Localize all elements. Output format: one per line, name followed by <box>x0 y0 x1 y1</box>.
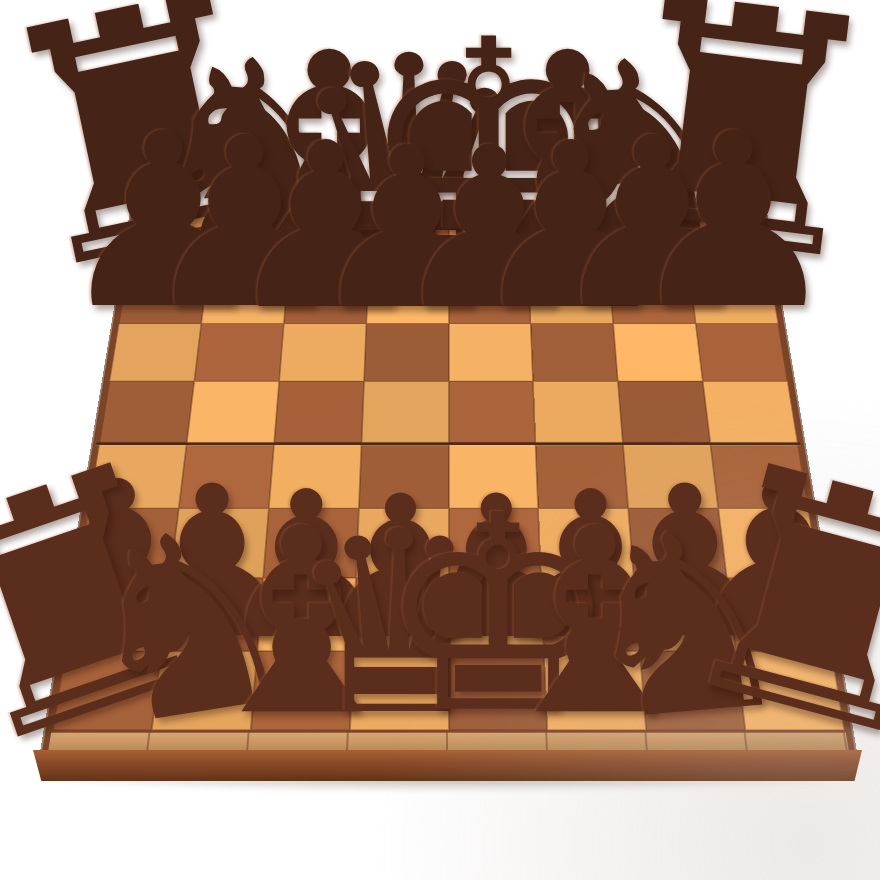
board-hinge-line <box>96 443 800 445</box>
square-g7 <box>609 268 696 323</box>
square-f7 <box>529 268 614 323</box>
square-a3 <box>77 508 178 577</box>
square-d4 <box>359 443 449 508</box>
square-f5 <box>533 381 623 443</box>
square-c4 <box>269 443 362 508</box>
square-e8 <box>449 216 529 268</box>
square-a1 <box>53 651 162 730</box>
square-d3 <box>356 508 449 577</box>
square-a5 <box>99 381 194 443</box>
square-e2 <box>449 578 545 652</box>
square-b1 <box>152 651 257 730</box>
square-b8 <box>208 216 292 268</box>
square-h5 <box>703 381 798 443</box>
board-ground-shadow <box>36 778 858 792</box>
square-f6 <box>531 323 618 381</box>
square-d5 <box>361 381 448 443</box>
square-f8 <box>527 216 609 268</box>
square-f4 <box>536 443 629 508</box>
square-c5 <box>274 381 364 443</box>
square-e6 <box>449 323 534 381</box>
board-grid <box>53 216 845 730</box>
square-h3 <box>718 508 819 577</box>
square-b6 <box>194 323 284 381</box>
square-d6 <box>364 323 449 381</box>
square-c6 <box>279 323 366 381</box>
photo-canvas: ♜♞♝♛♚♝♞♜♟♟♟♟♟♟♟♟♟♟♟♟♟♟♟♟♜♞♝♛♚♝♞♜ <box>0 0 880 880</box>
square-c2 <box>257 578 356 652</box>
square-g5 <box>618 381 710 443</box>
square-e7 <box>449 268 531 323</box>
square-a4 <box>89 443 187 508</box>
board-front-edge <box>33 750 862 781</box>
square-d7 <box>366 268 448 323</box>
square-g3 <box>628 508 726 577</box>
square-c3 <box>263 508 359 577</box>
square-h7 <box>689 268 778 323</box>
square-f3 <box>538 508 634 577</box>
square-a6 <box>109 323 201 381</box>
square-h4 <box>710 443 808 508</box>
square-d2 <box>353 578 449 652</box>
square-g4 <box>623 443 718 508</box>
square-h8 <box>683 216 770 268</box>
square-a2 <box>65 578 170 652</box>
square-b5 <box>187 381 279 443</box>
square-h2 <box>727 578 832 652</box>
square-d1 <box>350 651 449 730</box>
square-e3 <box>449 508 542 577</box>
square-c7 <box>284 268 369 323</box>
square-b7 <box>201 268 288 323</box>
square-e1 <box>449 651 548 730</box>
square-a8 <box>128 216 215 268</box>
square-c8 <box>288 216 370 268</box>
square-e4 <box>449 443 539 508</box>
square-d8 <box>368 216 448 268</box>
square-g8 <box>605 216 689 268</box>
square-g6 <box>613 323 703 381</box>
square-f2 <box>541 578 640 652</box>
square-g2 <box>634 578 736 652</box>
square-e5 <box>449 381 536 443</box>
square-a7 <box>119 268 208 323</box>
square-g1 <box>640 651 745 730</box>
square-b2 <box>161 578 263 652</box>
board-front-apron <box>48 733 848 751</box>
square-h6 <box>696 323 788 381</box>
square-b3 <box>170 508 268 577</box>
chess-board-surface <box>42 214 855 752</box>
square-f1 <box>544 651 646 730</box>
square-h1 <box>736 651 845 730</box>
square-b4 <box>179 443 274 508</box>
square-c1 <box>251 651 353 730</box>
